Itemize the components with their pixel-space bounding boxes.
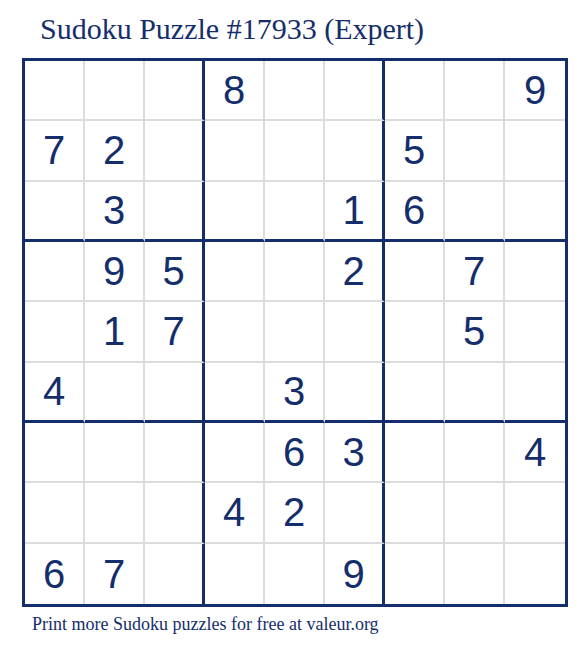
sudoku-cell[interactable]: 6: [385, 182, 445, 242]
sudoku-cell[interactable]: [445, 544, 505, 604]
sudoku-cell[interactable]: [85, 483, 145, 543]
sudoku-cell[interactable]: 4: [505, 423, 565, 483]
given-digit: 2: [283, 492, 305, 532]
sudoku-cell[interactable]: [25, 182, 85, 242]
sudoku-cell[interactable]: 7: [445, 242, 505, 302]
given-digit: 7: [43, 130, 65, 170]
given-digit: 7: [463, 251, 485, 291]
sudoku-cell[interactable]: [25, 423, 85, 483]
sudoku-cell[interactable]: [505, 483, 565, 543]
given-digit: 3: [342, 432, 364, 472]
sudoku-cell[interactable]: 6: [265, 423, 325, 483]
sudoku-cell[interactable]: [205, 363, 265, 423]
sudoku-cell[interactable]: [145, 483, 205, 543]
sudoku-cell[interactable]: 3: [325, 423, 385, 483]
sudoku-cell[interactable]: [265, 544, 325, 604]
sudoku-cell[interactable]: [325, 121, 385, 181]
sudoku-cell[interactable]: 6: [25, 544, 85, 604]
sudoku-cell[interactable]: [205, 423, 265, 483]
given-digit: 2: [103, 130, 125, 170]
sudoku-cell[interactable]: [505, 242, 565, 302]
sudoku-cell[interactable]: 7: [85, 544, 145, 604]
given-digit: 5: [403, 130, 425, 170]
sudoku-board: 8972531695271754363442679: [22, 58, 568, 607]
sudoku-cell[interactable]: 7: [25, 121, 85, 181]
sudoku-cell[interactable]: [445, 61, 505, 121]
sudoku-cell[interactable]: [385, 483, 445, 543]
given-digit: 2: [342, 251, 364, 291]
sudoku-cell[interactable]: [145, 423, 205, 483]
sudoku-cell[interactable]: [505, 182, 565, 242]
sudoku-cell[interactable]: [25, 242, 85, 302]
sudoku-cell[interactable]: [505, 363, 565, 423]
given-digit: 1: [103, 311, 125, 351]
sudoku-cell[interactable]: [145, 544, 205, 604]
sudoku-cell[interactable]: [25, 302, 85, 362]
page-title: Sudoku Puzzle #17933 (Expert): [40, 12, 424, 46]
given-digit: 3: [283, 371, 305, 411]
sudoku-cell[interactable]: [205, 242, 265, 302]
sudoku-cell[interactable]: [445, 483, 505, 543]
given-digit: 5: [463, 311, 485, 351]
given-digit: 9: [524, 70, 546, 110]
footer-text: Print more Sudoku puzzles for free at va…: [32, 614, 379, 635]
sudoku-cell[interactable]: [265, 302, 325, 362]
sudoku-cell[interactable]: 5: [385, 121, 445, 181]
sudoku-cell[interactable]: [505, 302, 565, 362]
sudoku-cell[interactable]: 5: [145, 242, 205, 302]
sudoku-cell[interactable]: [205, 121, 265, 181]
sudoku-cell[interactable]: [205, 544, 265, 604]
sudoku-cell[interactable]: 2: [85, 121, 145, 181]
sudoku-cell[interactable]: [445, 182, 505, 242]
given-digit: 3: [103, 190, 125, 230]
sudoku-cell[interactable]: [265, 182, 325, 242]
sudoku-cell[interactable]: [145, 363, 205, 423]
sudoku-cell[interactable]: [325, 363, 385, 423]
sudoku-cell[interactable]: [385, 242, 445, 302]
sudoku-cell[interactable]: [265, 61, 325, 121]
given-digit: 9: [103, 251, 125, 291]
sudoku-cell[interactable]: [85, 423, 145, 483]
sudoku-cell[interactable]: 5: [445, 302, 505, 362]
sudoku-cell[interactable]: [265, 242, 325, 302]
sudoku-cell[interactable]: [385, 302, 445, 362]
sudoku-page: Sudoku Puzzle #17933 (Expert) 8972531695…: [0, 0, 580, 651]
sudoku-cell[interactable]: [205, 182, 265, 242]
given-digit: 9: [342, 554, 364, 594]
given-digit: 6: [283, 432, 305, 472]
sudoku-cell[interactable]: [505, 544, 565, 604]
sudoku-cell[interactable]: 9: [85, 242, 145, 302]
sudoku-cell[interactable]: 4: [205, 483, 265, 543]
sudoku-cell[interactable]: [265, 121, 325, 181]
sudoku-cell[interactable]: [145, 61, 205, 121]
sudoku-cell[interactable]: [145, 182, 205, 242]
sudoku-cell[interactable]: [385, 363, 445, 423]
sudoku-cell[interactable]: 2: [325, 242, 385, 302]
sudoku-cell[interactable]: 3: [265, 363, 325, 423]
sudoku-cell[interactable]: [85, 61, 145, 121]
given-digit: 8: [223, 70, 245, 110]
sudoku-cell[interactable]: 1: [325, 182, 385, 242]
sudoku-cell[interactable]: [325, 61, 385, 121]
given-digit: 4: [43, 371, 65, 411]
given-digit: 4: [223, 492, 245, 532]
given-digit: 1: [342, 190, 364, 230]
sudoku-cell[interactable]: [445, 363, 505, 423]
sudoku-cell[interactable]: [385, 61, 445, 121]
sudoku-cell[interactable]: [85, 363, 145, 423]
sudoku-cell[interactable]: 8: [205, 61, 265, 121]
sudoku-cell[interactable]: [25, 483, 85, 543]
sudoku-cell[interactable]: [145, 121, 205, 181]
sudoku-cell[interactable]: [325, 483, 385, 543]
sudoku-cell[interactable]: 9: [325, 544, 385, 604]
given-digit: 7: [103, 554, 125, 594]
sudoku-cell[interactable]: 4: [25, 363, 85, 423]
sudoku-cell[interactable]: 7: [145, 302, 205, 362]
given-digit: 4: [524, 432, 546, 472]
given-digit: 6: [403, 190, 425, 230]
sudoku-cell[interactable]: [385, 423, 445, 483]
sudoku-cell[interactable]: [205, 302, 265, 362]
sudoku-cell[interactable]: [445, 121, 505, 181]
sudoku-cell[interactable]: [25, 61, 85, 121]
sudoku-cell[interactable]: 3: [85, 182, 145, 242]
sudoku-cell[interactable]: [385, 544, 445, 604]
sudoku-cell[interactable]: [325, 302, 385, 362]
given-digit: 7: [162, 311, 184, 351]
sudoku-cell[interactable]: [505, 121, 565, 181]
sudoku-cell[interactable]: [445, 423, 505, 483]
sudoku-cell[interactable]: 2: [265, 483, 325, 543]
sudoku-cell[interactable]: 1: [85, 302, 145, 362]
given-digit: 6: [43, 554, 65, 594]
given-digit: 5: [162, 251, 184, 291]
sudoku-cell[interactable]: 9: [505, 61, 565, 121]
